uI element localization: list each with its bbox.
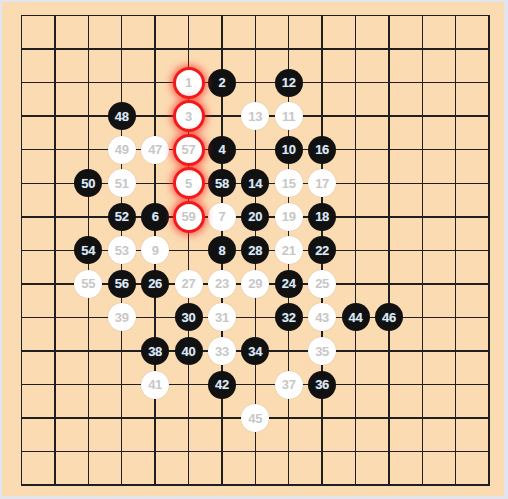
stone-white-move-41: 41 [141, 371, 169, 399]
stone-white-move-45: 45 [241, 404, 269, 432]
stone-black-move-56: 56 [108, 270, 136, 298]
stone-black-move-54: 54 [74, 236, 102, 264]
stone-white-move-21: 21 [275, 236, 303, 264]
stone-black-move-34: 34 [241, 337, 269, 365]
grid-line-vertical [355, 15, 357, 486]
stone-white-move-59-winning: 59 [173, 201, 205, 233]
stone-white-move-7: 7 [208, 203, 236, 231]
stone-black-move-36: 36 [308, 371, 336, 399]
stone-black-move-44: 44 [342, 303, 370, 331]
stone-white-move-1-winning: 1 [173, 67, 205, 99]
stone-black-move-40: 40 [175, 337, 203, 365]
stone-black-move-48: 48 [108, 102, 136, 130]
stone-white-move-3-winning: 3 [173, 100, 205, 132]
stone-white-move-47: 47 [141, 136, 169, 164]
stone-white-move-15: 15 [275, 169, 303, 197]
stone-white-move-35: 35 [308, 337, 336, 365]
stone-black-move-20: 20 [241, 203, 269, 231]
stone-black-move-4: 4 [208, 136, 236, 164]
stone-black-move-10: 10 [275, 136, 303, 164]
stone-black-move-52: 52 [108, 203, 136, 231]
grid-line-horizontal [21, 384, 490, 386]
stone-white-move-51: 51 [108, 169, 136, 197]
stone-white-move-53: 53 [108, 236, 136, 264]
stone-black-move-18: 18 [308, 203, 336, 231]
stone-white-move-9: 9 [141, 236, 169, 264]
stone-white-move-17: 17 [308, 169, 336, 197]
stone-black-move-14: 14 [241, 169, 269, 197]
stone-black-move-22: 22 [308, 236, 336, 264]
stone-white-move-37: 37 [275, 371, 303, 399]
grid-line-horizontal [21, 317, 490, 319]
stone-black-move-42: 42 [208, 371, 236, 399]
stone-white-move-43: 43 [308, 303, 336, 331]
stone-white-move-29: 29 [241, 270, 269, 298]
stone-white-move-19: 19 [275, 203, 303, 231]
stone-white-move-55: 55 [74, 270, 102, 298]
stone-white-move-57-winning: 57 [173, 134, 205, 166]
grid-line-vertical [422, 15, 424, 486]
stone-white-move-11: 11 [275, 102, 303, 130]
stone-black-move-6: 6 [141, 203, 169, 231]
stone-black-move-38: 38 [141, 337, 169, 365]
grid-line-horizontal [21, 451, 490, 453]
stone-black-move-32: 32 [275, 303, 303, 331]
stone-white-move-5-winning: 5 [173, 167, 205, 199]
gomoku-board[interactable]: 1234567891011121314151617181920212223242… [2, 2, 504, 496]
stone-white-move-13: 13 [241, 102, 269, 130]
grid-line-vertical [488, 15, 490, 486]
stone-black-move-46: 46 [375, 303, 403, 331]
stone-black-move-58: 58 [208, 169, 236, 197]
stone-black-move-50: 50 [74, 169, 102, 197]
stone-black-move-2: 2 [208, 69, 236, 97]
stone-black-move-30: 30 [175, 303, 203, 331]
stone-black-move-28: 28 [241, 236, 269, 264]
grid-line-vertical [388, 15, 390, 486]
stone-white-move-27: 27 [175, 270, 203, 298]
stone-white-move-23: 23 [208, 270, 236, 298]
stone-white-move-25: 25 [308, 270, 336, 298]
page: 1234567891011121314151617181920212223242… [0, 0, 508, 499]
stone-black-move-26: 26 [141, 270, 169, 298]
stone-white-move-33: 33 [208, 337, 236, 365]
grid-line-vertical [455, 15, 457, 486]
stone-black-move-8: 8 [208, 236, 236, 264]
stone-white-move-31: 31 [208, 303, 236, 331]
stone-black-move-16: 16 [308, 136, 336, 164]
stone-white-move-39: 39 [108, 303, 136, 331]
grid-line-horizontal [21, 484, 490, 486]
stone-black-move-24: 24 [275, 270, 303, 298]
stone-white-move-49: 49 [108, 136, 136, 164]
stone-black-move-12: 12 [275, 69, 303, 97]
